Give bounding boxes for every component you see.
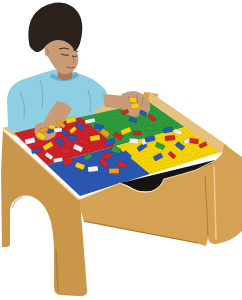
brick xyxy=(61,148,71,154)
brick xyxy=(133,131,141,135)
eye-closed-right xyxy=(72,56,77,57)
brick xyxy=(54,128,62,133)
brick xyxy=(131,103,139,109)
brick xyxy=(165,135,175,141)
brick xyxy=(109,169,119,174)
brick xyxy=(67,136,77,141)
brick xyxy=(129,138,138,144)
scene-photo xyxy=(0,0,242,300)
brick xyxy=(189,138,199,144)
product-photo xyxy=(0,0,242,300)
brick xyxy=(146,125,154,131)
brick xyxy=(129,97,137,103)
